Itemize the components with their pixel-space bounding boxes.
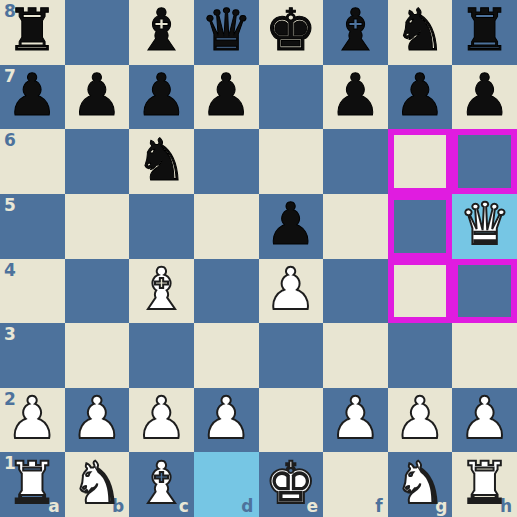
square-b7[interactable]: ♟ xyxy=(65,65,130,130)
piece-white-pawn[interactable]: ♟ xyxy=(459,389,511,447)
square-f5[interactable] xyxy=(323,194,388,259)
rank-label-4: 4 xyxy=(4,262,16,279)
square-b8[interactable] xyxy=(65,0,130,65)
square-g7[interactable]: ♟ xyxy=(388,65,453,130)
square-c7[interactable]: ♟ xyxy=(129,65,194,130)
piece-white-king[interactable]: ♚ xyxy=(265,454,317,512)
square-d7[interactable]: ♟ xyxy=(194,65,259,130)
piece-white-pawn[interactable]: ♟ xyxy=(265,260,317,318)
square-g3[interactable] xyxy=(388,323,453,388)
piece-black-queen[interactable]: ♛ xyxy=(200,1,252,59)
piece-white-knight[interactable]: ♞ xyxy=(71,454,123,512)
square-d6[interactable] xyxy=(194,129,259,194)
square-d5[interactable] xyxy=(194,194,259,259)
piece-white-rook[interactable]: ♜ xyxy=(6,454,58,512)
piece-white-pawn[interactable]: ♟ xyxy=(200,389,252,447)
square-c1[interactable]: c♝ xyxy=(129,452,194,517)
square-b5[interactable] xyxy=(65,194,130,259)
piece-white-pawn[interactable]: ♟ xyxy=(394,389,446,447)
square-e6[interactable] xyxy=(259,129,324,194)
piece-black-pawn[interactable]: ♟ xyxy=(394,66,446,124)
square-b1[interactable]: b♞ xyxy=(65,452,130,517)
square-g5[interactable] xyxy=(388,194,453,259)
square-d1[interactable]: d xyxy=(194,452,259,517)
rank-label-6: 6 xyxy=(4,132,16,149)
piece-black-pawn[interactable]: ♟ xyxy=(265,195,317,253)
square-f8[interactable]: ♝ xyxy=(323,0,388,65)
piece-black-rook[interactable]: ♜ xyxy=(459,1,511,59)
square-a7[interactable]: 7♟ xyxy=(0,65,65,130)
square-g2[interactable]: ♟ xyxy=(388,388,453,453)
square-d3[interactable] xyxy=(194,323,259,388)
square-b4[interactable] xyxy=(65,259,130,324)
square-h3[interactable] xyxy=(452,323,517,388)
square-h5[interactable]: ♛ xyxy=(452,194,517,259)
piece-white-knight[interactable]: ♞ xyxy=(394,454,446,512)
square-c4[interactable]: ♝ xyxy=(129,259,194,324)
piece-white-pawn[interactable]: ♟ xyxy=(136,389,188,447)
file-label-f: f xyxy=(375,498,382,515)
piece-white-bishop[interactable]: ♝ xyxy=(136,260,188,318)
square-c8[interactable]: ♝ xyxy=(129,0,194,65)
square-f7[interactable]: ♟ xyxy=(323,65,388,130)
square-d8[interactable]: ♛ xyxy=(194,0,259,65)
square-f1[interactable]: f xyxy=(323,452,388,517)
square-a2[interactable]: 2♟ xyxy=(0,388,65,453)
square-h1[interactable]: h♜ xyxy=(452,452,517,517)
square-e3[interactable] xyxy=(259,323,324,388)
piece-black-pawn[interactable]: ♟ xyxy=(329,66,381,124)
square-h4[interactable] xyxy=(452,259,517,324)
square-g8[interactable]: ♞ xyxy=(388,0,453,65)
square-f2[interactable]: ♟ xyxy=(323,388,388,453)
square-b6[interactable] xyxy=(65,129,130,194)
rank-label-5: 5 xyxy=(4,197,16,214)
piece-black-pawn[interactable]: ♟ xyxy=(6,66,58,124)
piece-white-pawn[interactable]: ♟ xyxy=(6,389,58,447)
square-h7[interactable]: ♟ xyxy=(452,65,517,130)
square-e4[interactable]: ♟ xyxy=(259,259,324,324)
piece-white-queen[interactable]: ♛ xyxy=(459,195,511,253)
square-e7[interactable] xyxy=(259,65,324,130)
square-e5[interactable]: ♟ xyxy=(259,194,324,259)
file-label-d: d xyxy=(241,498,253,515)
rank-label-3: 3 xyxy=(4,326,16,343)
piece-black-pawn[interactable]: ♟ xyxy=(200,66,252,124)
piece-black-rook[interactable]: ♜ xyxy=(6,1,58,59)
square-a6[interactable]: 6 xyxy=(0,129,65,194)
square-a5[interactable]: 5 xyxy=(0,194,65,259)
square-f6[interactable] xyxy=(323,129,388,194)
square-c2[interactable]: ♟ xyxy=(129,388,194,453)
piece-white-bishop[interactable]: ♝ xyxy=(136,454,188,512)
piece-black-knight[interactable]: ♞ xyxy=(394,1,446,59)
piece-black-pawn[interactable]: ♟ xyxy=(136,66,188,124)
square-g1[interactable]: g♞ xyxy=(388,452,453,517)
square-c6[interactable]: ♞ xyxy=(129,129,194,194)
piece-black-pawn[interactable]: ♟ xyxy=(71,66,123,124)
piece-white-rook[interactable]: ♜ xyxy=(459,454,511,512)
square-e2[interactable] xyxy=(259,388,324,453)
square-f3[interactable] xyxy=(323,323,388,388)
chess-board: 8♜♝♛♚♝♞♜7♟♟♟♟♟♟♟6♞5♟♛4♝♟32♟♟♟♟♟♟♟1a♜b♞c♝… xyxy=(0,0,517,517)
square-h6[interactable] xyxy=(452,129,517,194)
piece-black-pawn[interactable]: ♟ xyxy=(459,66,511,124)
square-a4[interactable]: 4 xyxy=(0,259,65,324)
piece-black-bishop[interactable]: ♝ xyxy=(136,1,188,59)
piece-black-king[interactable]: ♚ xyxy=(265,1,317,59)
piece-black-knight[interactable]: ♞ xyxy=(136,131,188,189)
piece-white-pawn[interactable]: ♟ xyxy=(329,389,381,447)
square-e8[interactable]: ♚ xyxy=(259,0,324,65)
square-g4[interactable] xyxy=(388,259,453,324)
square-f4[interactable] xyxy=(323,259,388,324)
square-b3[interactable] xyxy=(65,323,130,388)
square-e1[interactable]: e♚ xyxy=(259,452,324,517)
square-h2[interactable]: ♟ xyxy=(452,388,517,453)
square-c5[interactable] xyxy=(129,194,194,259)
square-a3[interactable]: 3 xyxy=(0,323,65,388)
piece-black-bishop[interactable]: ♝ xyxy=(329,1,381,59)
piece-white-pawn[interactable]: ♟ xyxy=(71,389,123,447)
square-d2[interactable]: ♟ xyxy=(194,388,259,453)
square-c3[interactable] xyxy=(129,323,194,388)
square-h8[interactable]: ♜ xyxy=(452,0,517,65)
square-g6[interactable] xyxy=(388,129,453,194)
square-a1[interactable]: 1a♜ xyxy=(0,452,65,517)
square-a8[interactable]: 8♜ xyxy=(0,0,65,65)
square-b2[interactable]: ♟ xyxy=(65,388,130,453)
square-d4[interactable] xyxy=(194,259,259,324)
